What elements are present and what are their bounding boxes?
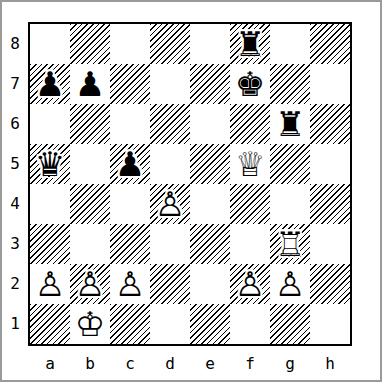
rank-label-2: 2 [4,275,26,293]
white-pawn[interactable]: ♟♙ [70,264,110,304]
square-a6[interactable] [30,104,70,144]
square-a1[interactable] [30,304,70,344]
square-f8[interactable]: ♜♜ [230,24,270,64]
square-b3[interactable] [70,224,110,264]
square-g2[interactable]: ♟♙ [270,264,310,304]
chess-board: ♜♜♟♟♟♟♚♚♜♜♛♛♟♟♛♕♟♙♜♖♟♙♟♙♟♙♟♙♟♙♚♔ [28,22,352,346]
square-b4[interactable] [70,184,110,224]
black-queen[interactable]: ♛♛ [30,144,70,184]
square-d7[interactable] [150,64,190,104]
white-pawn[interactable]: ♟♙ [230,264,270,304]
square-b5[interactable] [70,144,110,184]
white-pawn[interactable]: ♟♙ [110,264,150,304]
square-e3[interactable] [190,224,230,264]
square-b1[interactable]: ♚♔ [70,304,110,344]
square-h4[interactable] [310,184,350,224]
square-b8[interactable] [70,24,110,64]
square-c1[interactable] [110,304,150,344]
square-c8[interactable] [110,24,150,64]
white-pawn[interactable]: ♟♙ [270,264,310,304]
square-h3[interactable] [310,224,350,264]
square-h1[interactable] [310,304,350,344]
file-label-d: d [159,355,181,373]
white-pawn[interactable]: ♟♙ [150,184,190,224]
white-rook[interactable]: ♜♖ [270,224,310,264]
square-e5[interactable] [190,144,230,184]
piece-glyph: ♖ [275,224,305,264]
piece-glyph: ♔ [75,304,105,344]
square-c4[interactable] [110,184,150,224]
piece-glyph: ♙ [35,264,65,304]
square-g6[interactable]: ♜♜ [270,104,310,144]
file-label-h: h [319,355,341,373]
square-c2[interactable]: ♟♙ [110,264,150,304]
black-pawn[interactable]: ♟♟ [110,144,150,184]
square-g1[interactable] [270,304,310,344]
file-label-a: a [39,355,61,373]
square-a8[interactable] [30,24,70,64]
piece-glyph: ♜ [235,24,265,64]
square-f5[interactable]: ♛♕ [230,144,270,184]
square-f6[interactable] [230,104,270,144]
square-c7[interactable] [110,64,150,104]
file-label-g: g [279,355,301,373]
square-a5[interactable]: ♛♛ [30,144,70,184]
black-king[interactable]: ♚♚ [230,64,270,104]
square-e7[interactable] [190,64,230,104]
square-g7[interactable] [270,64,310,104]
piece-glyph: ♙ [235,264,265,304]
square-g8[interactable] [270,24,310,64]
rank-label-7: 7 [4,75,26,93]
file-label-b: b [79,355,101,373]
piece-glyph: ♙ [115,264,145,304]
rank-label-3: 3 [4,235,26,253]
square-e1[interactable] [190,304,230,344]
square-c5[interactable]: ♟♟ [110,144,150,184]
square-f4[interactable] [230,184,270,224]
piece-glyph: ♟ [115,144,145,184]
piece-glyph: ♛ [35,144,65,184]
file-label-e: e [199,355,221,373]
square-b7[interactable]: ♟♟ [70,64,110,104]
square-h2[interactable] [310,264,350,304]
square-a3[interactable] [30,224,70,264]
piece-glyph: ♙ [275,264,305,304]
rank-label-6: 6 [4,115,26,133]
piece-glyph: ♙ [155,184,185,224]
square-g3[interactable]: ♜♖ [270,224,310,264]
file-label-f: f [239,355,261,373]
square-g4[interactable] [270,184,310,224]
square-h5[interactable] [310,144,350,184]
square-c3[interactable] [110,224,150,264]
square-f3[interactable] [230,224,270,264]
piece-glyph: ♟ [35,64,65,104]
square-e4[interactable] [190,184,230,224]
rank-label-1: 1 [4,315,26,333]
piece-glyph: ♙ [75,264,105,304]
file-label-c: c [119,355,141,373]
square-a2[interactable]: ♟♙ [30,264,70,304]
square-d3[interactable] [150,224,190,264]
black-rook[interactable]: ♜♜ [270,104,310,144]
piece-glyph: ♚ [235,64,265,104]
square-d1[interactable] [150,304,190,344]
square-d8[interactable] [150,24,190,64]
white-queen[interactable]: ♛♕ [230,144,270,184]
square-f7[interactable]: ♚♚ [230,64,270,104]
square-d4[interactable]: ♟♙ [150,184,190,224]
square-b6[interactable] [70,104,110,144]
square-a4[interactable] [30,184,70,224]
square-h7[interactable] [310,64,350,104]
rank-label-5: 5 [4,155,26,173]
rank-label-4: 4 [4,195,26,213]
piece-glyph: ♜ [275,104,305,144]
square-g5[interactable] [270,144,310,184]
square-e2[interactable] [190,264,230,304]
chess-diagram: ♜♜♟♟♟♟♚♚♜♜♛♛♟♟♛♕♟♙♜♖♟♙♟♙♟♙♟♙♟♙♚♔ 8765432… [0,0,382,382]
piece-glyph: ♟ [75,64,105,104]
square-e6[interactable] [190,104,230,144]
square-c6[interactable] [110,104,150,144]
black-pawn[interactable]: ♟♟ [30,64,70,104]
square-e8[interactable] [190,24,230,64]
piece-glyph: ♕ [235,144,265,184]
square-f2[interactable]: ♟♙ [230,264,270,304]
rank-label-8: 8 [4,35,26,53]
square-a7[interactable]: ♟♟ [30,64,70,104]
white-pawn[interactable]: ♟♙ [30,264,70,304]
black-rook[interactable]: ♜♜ [230,24,270,64]
square-d5[interactable] [150,144,190,184]
square-h8[interactable] [310,24,350,64]
square-d2[interactable] [150,264,190,304]
black-pawn[interactable]: ♟♟ [70,64,110,104]
square-d6[interactable] [150,104,190,144]
square-b2[interactable]: ♟♙ [70,264,110,304]
square-f1[interactable] [230,304,270,344]
square-h6[interactable] [310,104,350,144]
white-king[interactable]: ♚♔ [70,304,110,344]
